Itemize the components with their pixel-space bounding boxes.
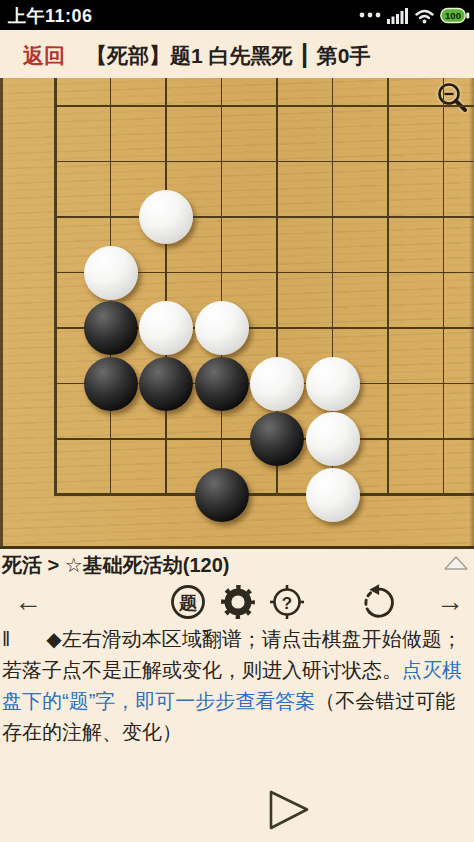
instruction-line: ‖◆左右滑动本区域翻谱；请点击棋盘开始做题； — [0, 624, 474, 655]
help-button[interactable]: ? — [267, 580, 307, 624]
overflow-dots-icon — [359, 11, 381, 19]
battery-percent-label: 100 — [445, 10, 461, 21]
stone-white-B5 — [84, 246, 138, 300]
show-answer-button[interactable]: 题 — [169, 580, 207, 624]
battery-indicator: 100 — [440, 7, 470, 24]
instructions-panel[interactable]: ‖◆左右滑动本区域翻谱；请点击棋盘开始做题；若落子点不是正解或变化，则进入研讨状… — [0, 624, 474, 748]
instruction-line: 若落子点不是正解或变化，则进入研讨状态。点灭棋 — [0, 655, 474, 686]
next-move-button[interactable]: → — [432, 580, 468, 624]
question-char: ? — [282, 594, 292, 613]
stone-white-F3 — [306, 357, 360, 411]
instruction-text: 若落子点不是正解或变化，则进入研讨状态。 — [2, 659, 402, 681]
zoom-out-icon[interactable] — [436, 81, 470, 115]
stone-white-C4 — [139, 301, 193, 355]
stone-white-C6 — [139, 190, 193, 244]
board-grid-line-v — [54, 78, 57, 496]
collapse-panel-icon[interactable] — [443, 555, 469, 571]
stone-black-C3 — [139, 357, 193, 411]
stone-black-B4 — [84, 301, 138, 355]
board-grid-line-v — [443, 78, 445, 496]
instruction-text: （不会错过可能 — [315, 690, 455, 712]
stone-white-D4 — [195, 301, 249, 355]
move-toolbar: ← 题 ? — [0, 580, 474, 624]
board-grid-line-v — [165, 78, 167, 496]
topic-circle-icon: 题 — [169, 583, 207, 621]
board-grid-line-v — [221, 78, 223, 496]
status-bar: 上午11:06 100 — [0, 0, 474, 30]
stone-black-E2 — [250, 412, 304, 466]
stone-black-D1 — [195, 468, 249, 522]
question-circle-icon: ? — [268, 583, 306, 621]
stone-white-E3 — [250, 357, 304, 411]
left-arrow-icon: ← — [14, 588, 42, 616]
reset-problem-button[interactable] — [360, 580, 400, 624]
back-button[interactable]: 返回 — [23, 42, 65, 70]
prev-move-button[interactable]: ← — [10, 580, 46, 624]
stone-white-F1 — [306, 468, 360, 522]
problem-title: 【死部】题1 白先黑死 ┃ 第0手 — [86, 42, 371, 70]
gear-icon — [219, 583, 257, 621]
app-screen: 上午11:06 100 返回 【死部】题1 白先黑死 — [0, 0, 474, 842]
stone-black-B3 — [84, 357, 138, 411]
board-grid-line-v — [387, 78, 389, 496]
app-header: 返回 【死部】题1 白先黑死 ┃ 第0手 — [0, 30, 474, 79]
instruction-highlight-text: 盘下的“题”字，即可一步步查看答案 — [2, 690, 315, 712]
right-arrow-icon: → — [436, 588, 464, 616]
board-right-shade — [469, 78, 474, 546]
breadcrumb[interactable]: 死活 > ☆基础死活劫(120) — [2, 552, 229, 579]
play-icon — [267, 786, 313, 834]
instruction-highlight-text: 点灭棋 — [402, 659, 462, 681]
instruction-line: 盘下的“题”字，即可一步步查看答案（不会错过可能 — [0, 686, 474, 717]
wifi-icon — [415, 7, 434, 24]
refresh-icon — [362, 584, 398, 620]
board-grid-line-h — [54, 493, 474, 496]
stone-white-F2 — [306, 412, 360, 466]
instruction-text: ◆左右滑动本区域翻谱；请点击棋盘开始做题； — [46, 628, 461, 650]
play-button[interactable] — [267, 786, 313, 834]
instruction-text: ‖ — [2, 628, 10, 650]
go-board[interactable] — [0, 78, 474, 549]
board-grid-line-h — [54, 216, 474, 218]
instruction-text: 存在的注解、变化） — [2, 721, 182, 743]
topic-char: 题 — [178, 593, 198, 613]
breadcrumb-bar[interactable]: 死活 > ☆基础死活劫(120) — [0, 549, 474, 580]
settings-button[interactable] — [218, 580, 258, 624]
status-icons: 100 — [359, 0, 470, 30]
stone-black-D3 — [195, 357, 249, 411]
instruction-line: 存在的注解、变化） — [0, 717, 474, 748]
board-left-border — [0, 78, 3, 546]
board-grid-line-h — [54, 105, 474, 107]
board-grid-line-h — [54, 161, 474, 163]
clock-label: 上午11:06 — [8, 4, 93, 28]
signal-icon — [387, 7, 409, 24]
